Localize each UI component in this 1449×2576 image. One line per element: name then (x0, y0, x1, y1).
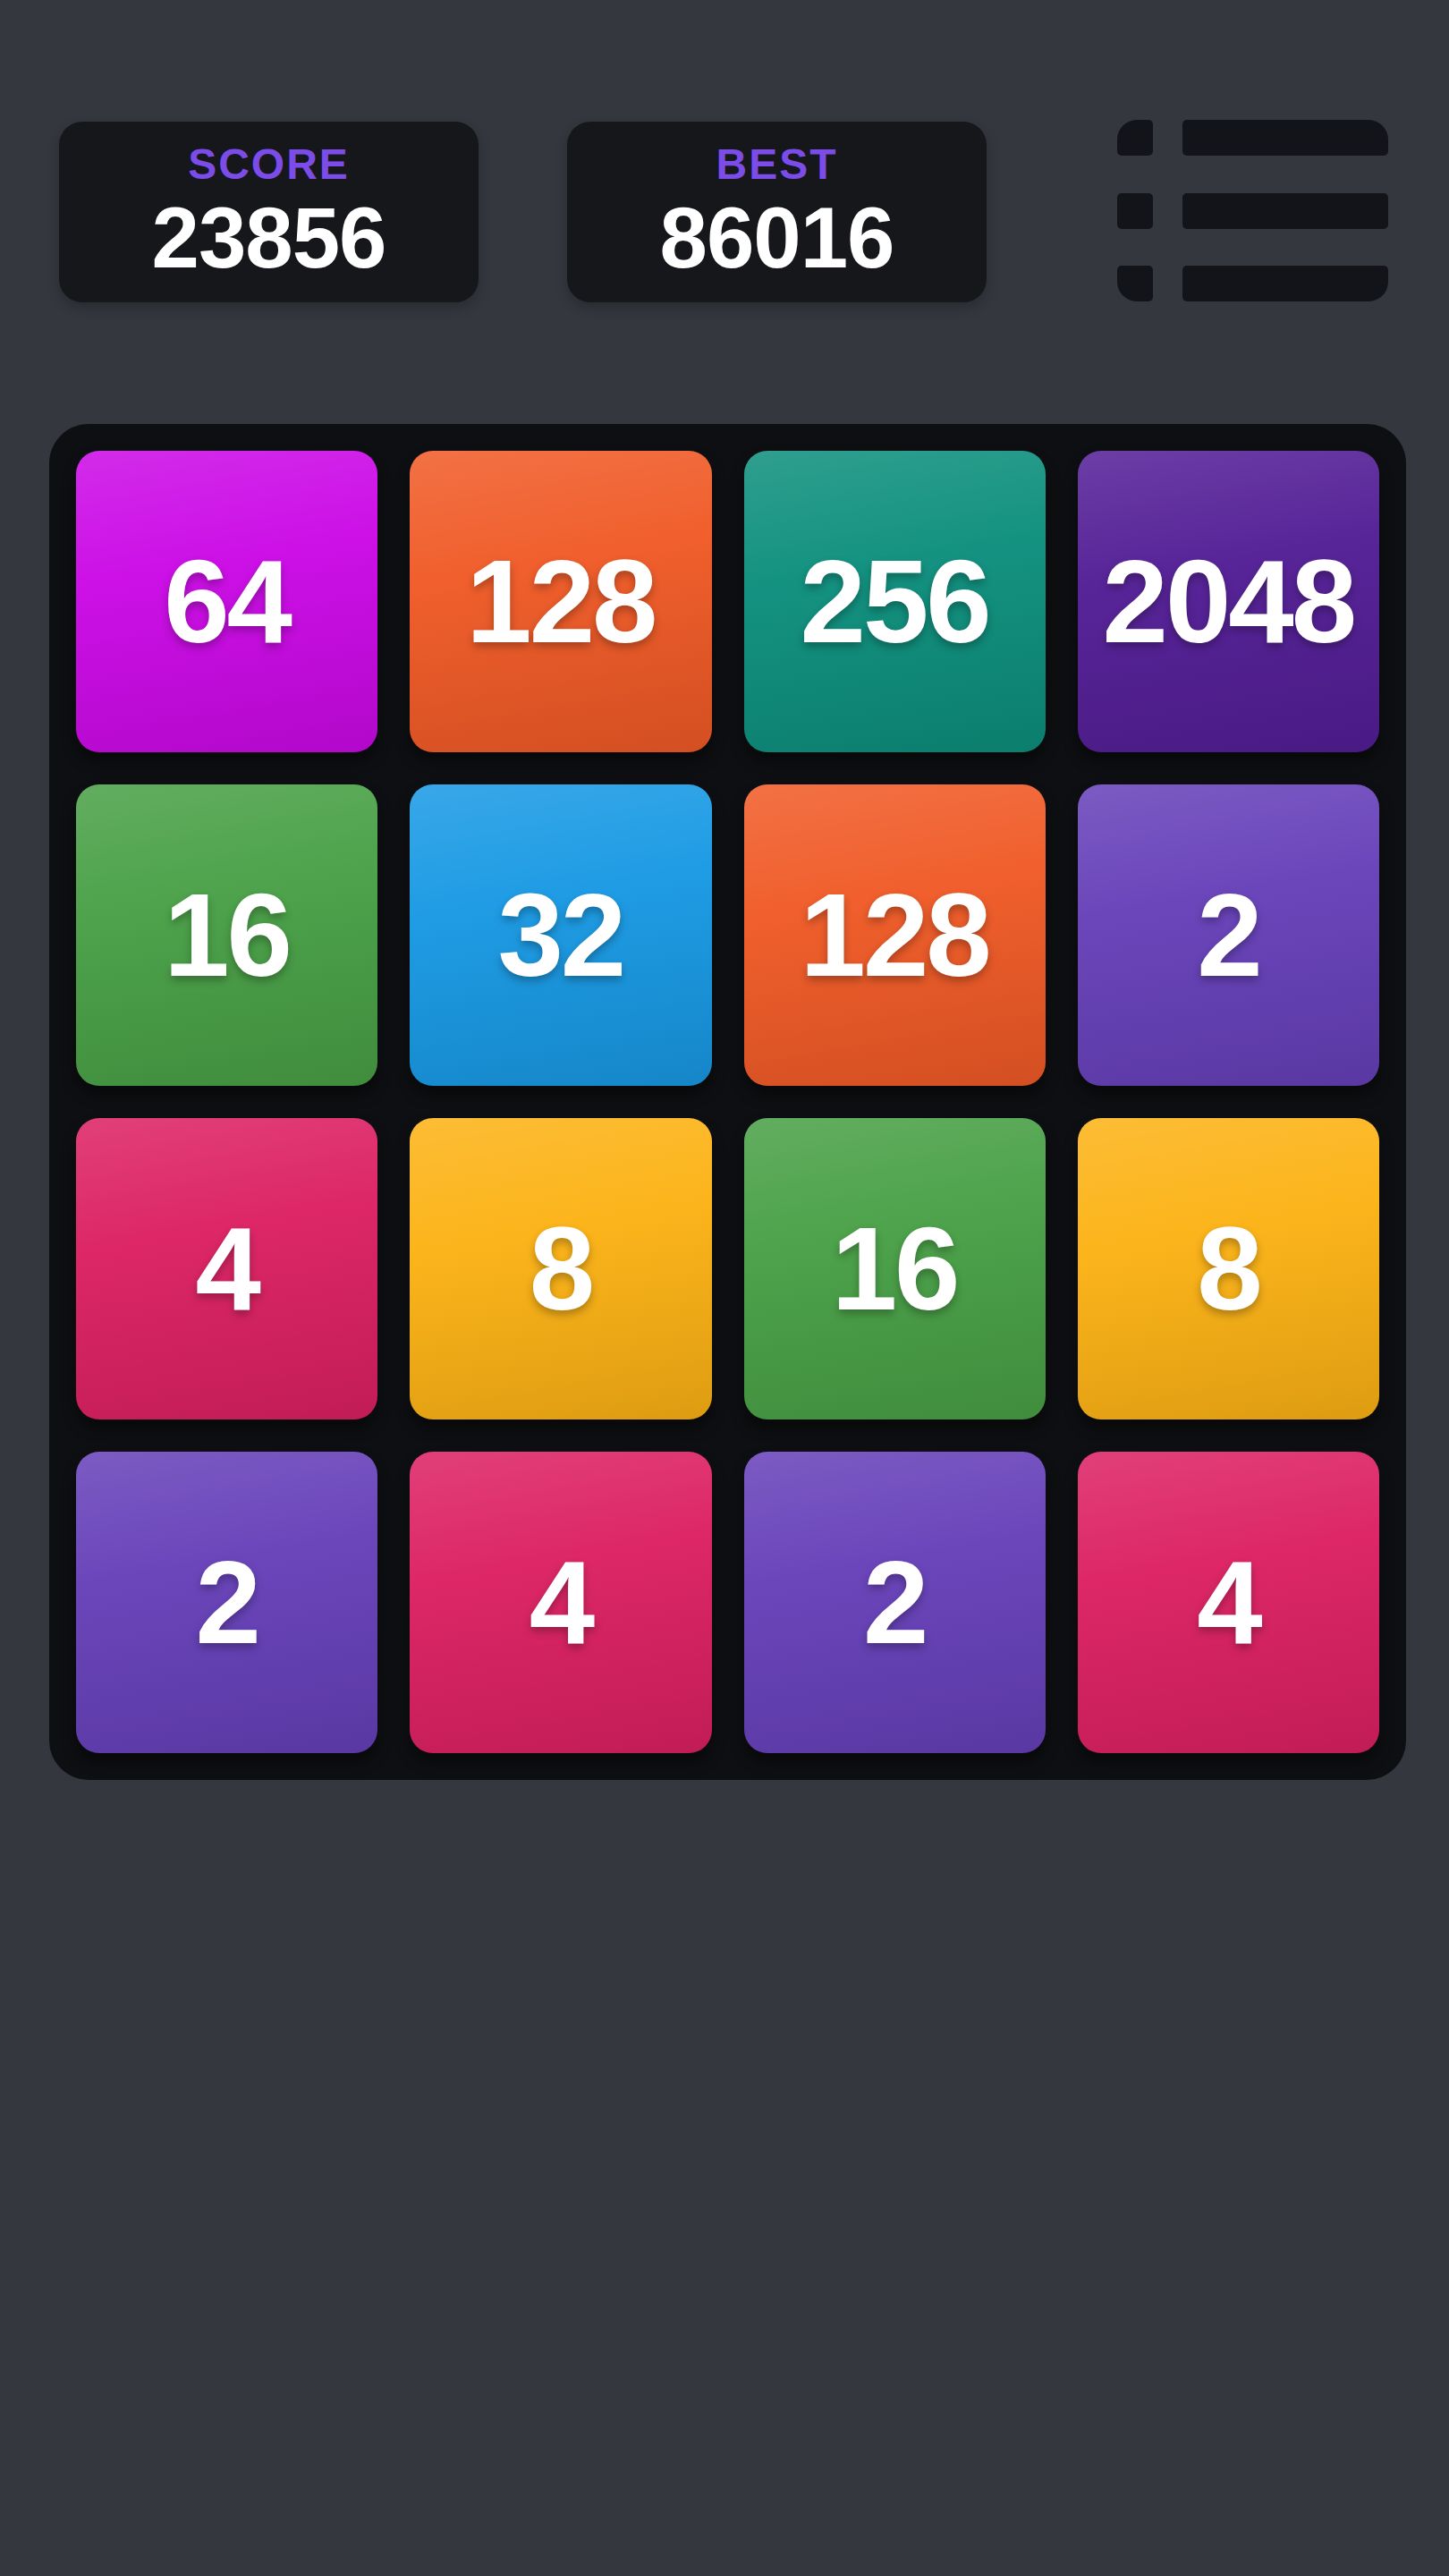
tile-r2c4-2: 2 (1078, 784, 1379, 1086)
tile-r3c4-8: 8 (1078, 1118, 1379, 1419)
tile-value: 8 (1197, 1210, 1259, 1328)
tile-value: 8 (530, 1210, 592, 1328)
best-value: 86016 (660, 195, 894, 281)
tile-value: 4 (195, 1210, 258, 1328)
list-bullet-icon (1117, 120, 1153, 156)
best-label: BEST (716, 143, 837, 186)
tile-value: 64 (164, 543, 290, 661)
tile-r4c2-4: 4 (410, 1452, 711, 1753)
game-board[interactable]: 64128256204816321282481682424 (49, 424, 1406, 1780)
tile-r2c1-16: 16 (76, 784, 377, 1086)
list-line-icon (1182, 193, 1388, 229)
tile-r1c3-256: 256 (744, 451, 1046, 752)
tile-value: 16 (164, 877, 290, 995)
menu-button[interactable] (1117, 120, 1388, 301)
app-background: SCORE 23856 BEST 86016 64128256204816321… (0, 0, 1449, 2576)
tile-value: 32 (497, 877, 623, 995)
tile-value: 256 (801, 543, 989, 661)
tile-r4c3-2: 2 (744, 1452, 1046, 1753)
tile-r3c2-8: 8 (410, 1118, 711, 1419)
tile-value: 128 (466, 543, 655, 661)
tile-value: 16 (832, 1210, 958, 1328)
tile-r4c4-4: 4 (1078, 1452, 1379, 1753)
score-panel: SCORE 23856 (59, 122, 479, 302)
tile-r2c3-128: 128 (744, 784, 1046, 1086)
list-line-icon (1182, 266, 1388, 301)
list-bullet-icon (1117, 266, 1153, 301)
tile-r1c4-2048: 2048 (1078, 451, 1379, 752)
tile-value: 2 (863, 1544, 926, 1662)
tile-r1c2-128: 128 (410, 451, 711, 752)
menu-list-icon (1117, 193, 1388, 229)
tile-value: 4 (530, 1544, 592, 1662)
list-line-icon (1182, 120, 1388, 156)
tile-value: 4 (1197, 1544, 1259, 1662)
menu-list-icon (1117, 266, 1388, 301)
tile-value: 2 (1197, 877, 1259, 995)
tile-r4c1-2: 2 (76, 1452, 377, 1753)
tile-value: 2 (195, 1544, 258, 1662)
menu-list-icon (1117, 120, 1388, 156)
tile-value: 128 (801, 877, 989, 995)
best-panel: BEST 86016 (567, 122, 987, 302)
tile-r3c1-4: 4 (76, 1118, 377, 1419)
tile-r1c1-64: 64 (76, 451, 377, 752)
list-bullet-icon (1117, 193, 1153, 229)
tile-value: 2048 (1103, 543, 1355, 661)
tile-r2c2-32: 32 (410, 784, 711, 1086)
score-value: 23856 (152, 195, 386, 281)
score-label: SCORE (188, 143, 350, 186)
tile-r3c3-16: 16 (744, 1118, 1046, 1419)
